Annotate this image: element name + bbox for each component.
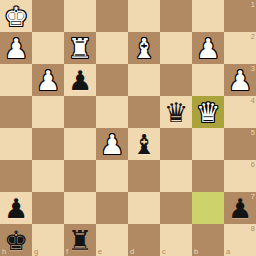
square-d6[interactable]	[128, 160, 160, 192]
chess-board: ♚1♟♜♝♟2♟♟3♟♛♛4♟♝56♟7♟h♚gf♜edcb8a	[0, 0, 256, 256]
square-c1[interactable]	[160, 0, 192, 32]
square-f6[interactable]	[64, 160, 96, 192]
square-c3[interactable]	[160, 64, 192, 96]
white-rook[interactable]: ♜	[64, 32, 96, 64]
square-d4[interactable]	[128, 96, 160, 128]
square-a5[interactable]: 5	[224, 128, 256, 160]
file-label-g: g	[34, 248, 38, 256]
square-d8[interactable]: d	[128, 224, 160, 256]
square-h1[interactable]: ♚	[0, 0, 32, 32]
square-g2[interactable]	[32, 32, 64, 64]
square-e3[interactable]	[96, 64, 128, 96]
square-b6[interactable]	[192, 160, 224, 192]
rank-label-5: 5	[251, 129, 255, 137]
white-pawn[interactable]: ♟	[96, 128, 128, 160]
square-g1[interactable]	[32, 0, 64, 32]
square-b8[interactable]: b	[192, 224, 224, 256]
square-h7[interactable]: ♟	[0, 192, 32, 224]
white-pawn[interactable]: ♟	[0, 32, 32, 64]
square-a1[interactable]: 1	[224, 0, 256, 32]
square-g8[interactable]: g	[32, 224, 64, 256]
square-h4[interactable]	[0, 96, 32, 128]
square-h6[interactable]	[0, 160, 32, 192]
square-b5[interactable]	[192, 128, 224, 160]
square-c8[interactable]: c	[160, 224, 192, 256]
black-queen[interactable]: ♛	[160, 96, 192, 128]
square-b1[interactable]	[192, 0, 224, 32]
white-bishop[interactable]: ♝	[128, 32, 160, 64]
square-e7[interactable]	[96, 192, 128, 224]
square-d7[interactable]	[128, 192, 160, 224]
square-g4[interactable]	[32, 96, 64, 128]
square-c6[interactable]	[160, 160, 192, 192]
rank-label-1: 1	[251, 1, 255, 9]
square-b3[interactable]	[192, 64, 224, 96]
square-f4[interactable]	[64, 96, 96, 128]
square-h8[interactable]: h♚	[0, 224, 32, 256]
file-label-a: a	[226, 248, 230, 256]
square-f7[interactable]	[64, 192, 96, 224]
square-f8[interactable]: f♜	[64, 224, 96, 256]
square-a7[interactable]: 7♟	[224, 192, 256, 224]
rank-label-4: 4	[251, 97, 255, 105]
square-f2[interactable]: ♜	[64, 32, 96, 64]
square-b4[interactable]: ♛	[192, 96, 224, 128]
square-h5[interactable]	[0, 128, 32, 160]
square-h3[interactable]	[0, 64, 32, 96]
white-queen[interactable]: ♛	[192, 96, 224, 128]
square-h2[interactable]: ♟	[0, 32, 32, 64]
rank-label-2: 2	[251, 33, 255, 41]
white-king[interactable]: ♚	[0, 0, 32, 32]
square-e2[interactable]	[96, 32, 128, 64]
square-c5[interactable]	[160, 128, 192, 160]
square-g6[interactable]	[32, 160, 64, 192]
square-a4[interactable]: 4	[224, 96, 256, 128]
square-c7[interactable]	[160, 192, 192, 224]
black-pawn[interactable]: ♟	[64, 64, 96, 96]
square-a3[interactable]: 3♟	[224, 64, 256, 96]
square-a8[interactable]: 8a	[224, 224, 256, 256]
black-bishop[interactable]: ♝	[128, 128, 160, 160]
black-rook[interactable]: ♜	[64, 224, 96, 256]
black-pawn[interactable]: ♟	[224, 192, 256, 224]
file-label-e: e	[98, 248, 102, 256]
square-e4[interactable]	[96, 96, 128, 128]
black-king[interactable]: ♚	[0, 224, 32, 256]
square-e6[interactable]	[96, 160, 128, 192]
square-e5[interactable]: ♟	[96, 128, 128, 160]
file-label-d: d	[130, 248, 134, 256]
square-d1[interactable]	[128, 0, 160, 32]
square-f5[interactable]	[64, 128, 96, 160]
white-pawn[interactable]: ♟	[32, 64, 64, 96]
black-pawn[interactable]: ♟	[0, 192, 32, 224]
square-a2[interactable]: 2	[224, 32, 256, 64]
file-label-c: c	[162, 248, 166, 256]
square-f3[interactable]: ♟	[64, 64, 96, 96]
square-b2[interactable]: ♟	[192, 32, 224, 64]
square-a6[interactable]: 6	[224, 160, 256, 192]
white-pawn[interactable]: ♟	[224, 64, 256, 96]
square-d3[interactable]	[128, 64, 160, 96]
square-d2[interactable]: ♝	[128, 32, 160, 64]
rank-label-6: 6	[251, 161, 255, 169]
square-f1[interactable]	[64, 0, 96, 32]
rank-label-8: 8	[251, 225, 255, 233]
square-c2[interactable]	[160, 32, 192, 64]
square-b7[interactable]	[192, 192, 224, 224]
square-d5[interactable]: ♝	[128, 128, 160, 160]
square-c4[interactable]: ♛	[160, 96, 192, 128]
square-g3[interactable]: ♟	[32, 64, 64, 96]
square-e8[interactable]: e	[96, 224, 128, 256]
white-pawn[interactable]: ♟	[192, 32, 224, 64]
square-g5[interactable]	[32, 128, 64, 160]
square-g7[interactable]	[32, 192, 64, 224]
square-e1[interactable]	[96, 0, 128, 32]
file-label-b: b	[194, 248, 198, 256]
